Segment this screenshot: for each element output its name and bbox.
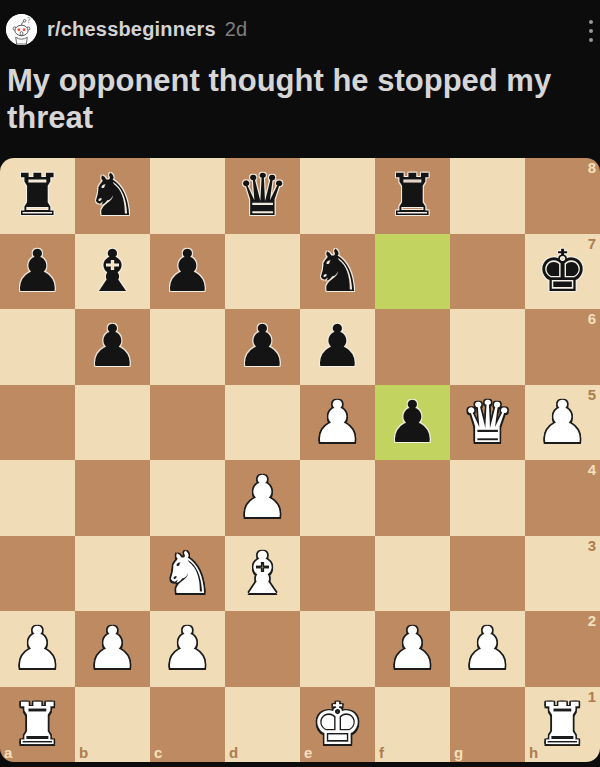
black-pawn-b6: ♟ [87, 309, 139, 384]
file-label-h: h [529, 745, 538, 760]
square-e4 [300, 460, 375, 536]
rank-label-1: 1 [588, 689, 596, 704]
square-e5: ♟ [300, 385, 375, 461]
square-e1: e♚ [300, 687, 375, 763]
black-king-h7: ♚ [537, 234, 589, 309]
square-g6 [450, 309, 525, 385]
square-d8: ♛ [225, 158, 300, 234]
square-b1: b [75, 687, 150, 763]
square-c6 [150, 309, 225, 385]
rank-label-8: 8 [588, 160, 596, 175]
square-b5 [75, 385, 150, 461]
black-rook-a8: ♜ [12, 158, 64, 233]
square-f7 [375, 234, 450, 310]
white-pawn-h5: ♟ [537, 385, 589, 460]
square-a8: ♜ [0, 158, 75, 234]
post-age: 2d [225, 18, 247, 41]
square-h5: 5♟ [525, 385, 600, 461]
subreddit-name[interactable]: r/chessbeginners [47, 18, 216, 41]
black-pawn-e6: ♟ [312, 309, 364, 384]
file-label-f: f [379, 745, 384, 760]
black-knight-b8: ♞ [87, 158, 139, 233]
square-g3 [450, 536, 525, 612]
square-h6: 6 [525, 309, 600, 385]
square-e6: ♟ [300, 309, 375, 385]
square-b8: ♞ [75, 158, 150, 234]
white-pawn-e5: ♟ [312, 385, 364, 460]
white-pawn-d4: ♟ [237, 460, 289, 535]
file-label-a: a [4, 745, 12, 760]
square-c5 [150, 385, 225, 461]
square-a3 [0, 536, 75, 612]
square-b7: ♝ [75, 234, 150, 310]
square-c4 [150, 460, 225, 536]
white-rook-h1: ♜ [537, 687, 589, 762]
square-c7: ♟ [150, 234, 225, 310]
square-c1: c [150, 687, 225, 763]
file-label-d: d [229, 745, 238, 760]
white-knight-c3: ♞ [162, 536, 214, 611]
reddit-post: ? r/chessbeginners 2d My opponent though… [0, 0, 600, 767]
kebab-dot [589, 20, 593, 24]
square-d1: d [225, 687, 300, 763]
square-h7: 7♚ [525, 234, 600, 310]
rank-label-2: 2 [588, 613, 596, 628]
black-pawn-f5: ♟ [387, 385, 439, 460]
white-pawn-f2: ♟ [387, 611, 439, 686]
square-a6 [0, 309, 75, 385]
post-title: My opponent thought he stopped my threat [7, 62, 595, 136]
square-d2 [225, 611, 300, 687]
white-rook-a1: ♜ [12, 687, 64, 762]
square-g5: ♛ [450, 385, 525, 461]
white-pawn-a2: ♟ [12, 611, 64, 686]
rank-label-3: 3 [588, 538, 596, 553]
square-g1: g [450, 687, 525, 763]
black-pawn-a7: ♟ [12, 234, 64, 309]
subreddit-avatar[interactable]: ? [6, 14, 37, 45]
file-label-b: b [79, 745, 88, 760]
rank-label-5: 5 [588, 387, 596, 402]
white-pawn-g2: ♟ [462, 611, 514, 686]
square-h1: 1h♜ [525, 687, 600, 763]
square-f6 [375, 309, 450, 385]
kebab-dot [589, 29, 593, 33]
black-knight-e7: ♞ [312, 234, 364, 309]
square-d4: ♟ [225, 460, 300, 536]
square-h8: 8 [525, 158, 600, 234]
white-pawn-b2: ♟ [87, 611, 139, 686]
kebab-menu-icon[interactable] [582, 18, 600, 44]
square-h2: 2 [525, 611, 600, 687]
white-bishop-d3: ♝ [237, 536, 289, 611]
square-d6: ♟ [225, 309, 300, 385]
square-e3 [300, 536, 375, 612]
black-pawn-c7: ♟ [162, 234, 214, 309]
square-c3: ♞ [150, 536, 225, 612]
square-h4: 4 [525, 460, 600, 536]
square-f5: ♟ [375, 385, 450, 461]
post-header: ? r/chessbeginners 2d [6, 12, 600, 46]
square-a5 [0, 385, 75, 461]
black-rook-f8: ♜ [387, 158, 439, 233]
file-label-g: g [454, 745, 463, 760]
square-d7 [225, 234, 300, 310]
reddit-snoo-icon: ? [6, 14, 37, 45]
square-e2 [300, 611, 375, 687]
black-queen-d8: ♛ [237, 158, 289, 233]
square-f1: f [375, 687, 450, 763]
square-b3 [75, 536, 150, 612]
square-a4 [0, 460, 75, 536]
square-c8 [150, 158, 225, 234]
square-g2: ♟ [450, 611, 525, 687]
square-b4 [75, 460, 150, 536]
square-b2: ♟ [75, 611, 150, 687]
rank-label-4: 4 [588, 462, 596, 477]
rank-label-7: 7 [588, 236, 596, 251]
square-f4 [375, 460, 450, 536]
rank-label-6: 6 [588, 311, 596, 326]
square-g8 [450, 158, 525, 234]
square-a1: a♜ [0, 687, 75, 763]
square-d5 [225, 385, 300, 461]
square-f8: ♜ [375, 158, 450, 234]
square-a7: ♟ [0, 234, 75, 310]
white-pawn-c2: ♟ [162, 611, 214, 686]
square-h3: 3 [525, 536, 600, 612]
square-c2: ♟ [150, 611, 225, 687]
white-king-e1: ♚ [312, 687, 364, 762]
white-queen-g5: ♛ [462, 385, 514, 460]
black-bishop-b7: ♝ [87, 234, 139, 309]
square-f2: ♟ [375, 611, 450, 687]
square-b6: ♟ [75, 309, 150, 385]
square-e7: ♞ [300, 234, 375, 310]
file-label-e: e [304, 745, 312, 760]
square-g7 [450, 234, 525, 310]
square-f3 [375, 536, 450, 612]
file-label-c: c [154, 745, 162, 760]
black-pawn-d6: ♟ [237, 309, 289, 384]
square-g4 [450, 460, 525, 536]
square-a2: ♟ [0, 611, 75, 687]
square-d3: ♝ [225, 536, 300, 612]
kebab-dot [589, 38, 593, 42]
svg-text:?: ? [27, 16, 31, 25]
chess-board-image[interactable]: ♜♞♛♜8♟♝♟♞7♚♟♟♟6♟♟♛5♟♟4♞♝3♟♟♟♟♟2a♜bcde♚fg… [0, 158, 600, 762]
square-e8 [300, 158, 375, 234]
